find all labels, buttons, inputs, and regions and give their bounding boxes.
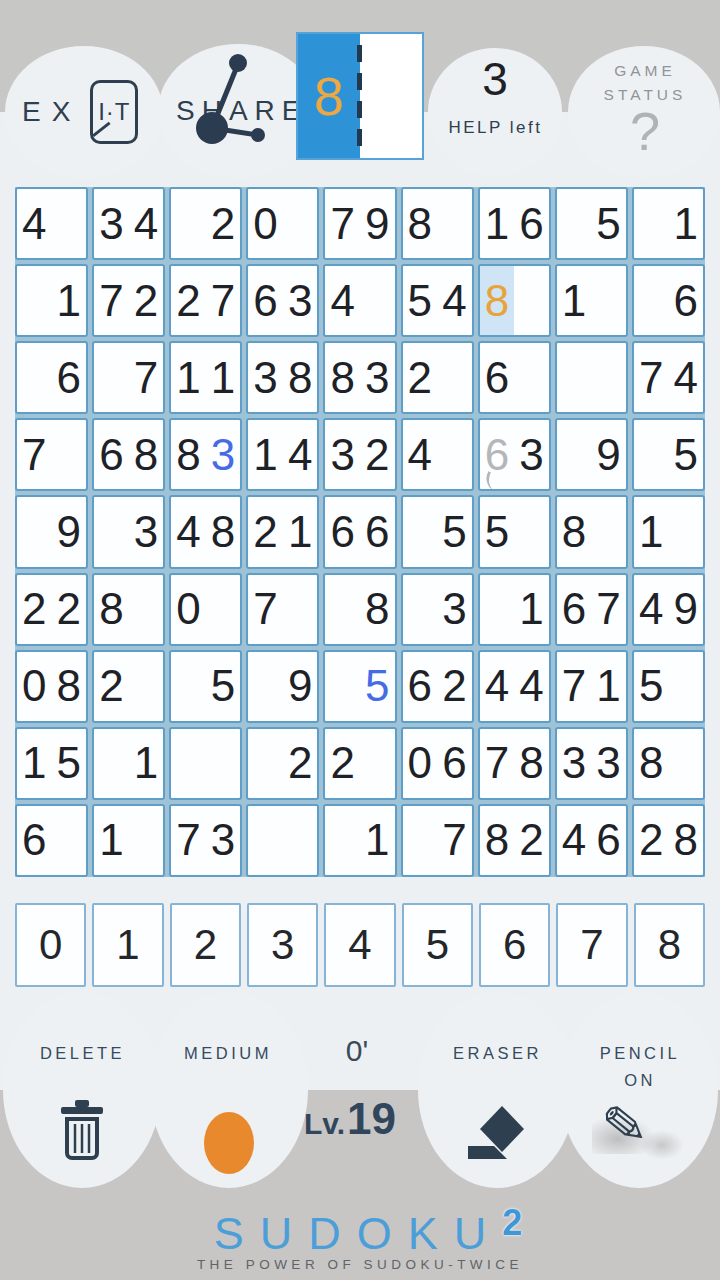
- board-cell-r7c2[interactable]: 2: [92, 650, 165, 723]
- board-cell-r6c5[interactable]: 8: [323, 573, 396, 646]
- board-cell-r8c7[interactable]: 78: [478, 727, 551, 800]
- cell-half-right[interactable]: 2: [129, 266, 164, 335]
- board-cell-r7c3[interactable]: 5: [169, 650, 242, 723]
- cell-half-left[interactable]: 5: [403, 266, 438, 335]
- cell-half-right[interactable]: 3: [129, 497, 164, 566]
- cell-half-right[interactable]: 4: [129, 189, 164, 258]
- cell-half-right[interactable]: 8: [206, 497, 241, 566]
- cell-half-left[interactable]: 7: [634, 343, 669, 412]
- cell-half-right[interactable]: 7: [591, 575, 626, 644]
- cell-half-left[interactable]: 4: [325, 266, 360, 335]
- cell-half-left[interactable]: [634, 189, 669, 258]
- board-cell-r8c5[interactable]: 2: [323, 727, 396, 800]
- cell-half-right[interactable]: 8: [52, 652, 87, 721]
- cell-half-right[interactable]: [591, 497, 626, 566]
- pencil-label: PENCIL: [565, 1044, 715, 1063]
- level-value: 19: [347, 1094, 396, 1144]
- game-status-button[interactable]: ?: [570, 100, 720, 162]
- cell-half-left[interactable]: [17, 343, 52, 412]
- cell-half-right[interactable]: 1: [52, 266, 87, 335]
- board-cell-r9c7[interactable]: 82: [478, 804, 551, 877]
- cell-half-left[interactable]: [171, 189, 206, 258]
- cell-half-right[interactable]: [437, 420, 472, 489]
- numpad-key-0[interactable]: 0: [15, 903, 86, 987]
- cell-half-right[interactable]: 3: [206, 806, 241, 875]
- cell-half-right[interactable]: 8: [360, 575, 395, 644]
- board-cell-r7c1[interactable]: 08: [15, 650, 88, 723]
- pencil-bump: [560, 992, 718, 1188]
- share-icon: [194, 50, 280, 150]
- board-cell-r4c4[interactable]: 14: [246, 418, 319, 491]
- cell-half-left[interactable]: 8: [480, 266, 515, 335]
- logo-superscript-2: 2: [502, 1202, 522, 1244]
- logo-wordmark: SUDOKU: [198, 1208, 503, 1260]
- help-button[interactable]: HELP left: [418, 118, 573, 138]
- board-cell-r1c4[interactable]: 0: [246, 187, 319, 260]
- board-cell-r6c9[interactable]: 49: [632, 573, 705, 646]
- cell-half-right[interactable]: 2: [437, 652, 472, 721]
- cell-half-right[interactable]: [206, 575, 241, 644]
- cell-half-right[interactable]: 2: [283, 729, 318, 798]
- cell-half-right[interactable]: 3: [591, 729, 626, 798]
- cell-half-right[interactable]: 1: [283, 497, 318, 566]
- cell-half-left[interactable]: 7: [248, 575, 283, 644]
- cell-half-left[interactable]: [557, 420, 592, 489]
- board-cell-r1c8[interactable]: 5: [555, 187, 628, 260]
- cell-half-right[interactable]: 4: [514, 652, 549, 721]
- cell-half-right[interactable]: 6: [591, 806, 626, 875]
- cell-half-left[interactable]: 4: [171, 497, 206, 566]
- difficulty-indicator[interactable]: [204, 1112, 254, 1174]
- level-prefix: Lv.: [304, 1107, 345, 1141]
- cell-half-left[interactable]: 7: [325, 189, 360, 258]
- cell-half-right[interactable]: [360, 729, 395, 798]
- board-cell-r9c5[interactable]: 1: [323, 804, 396, 877]
- eraser-icon[interactable]: [466, 1106, 526, 1164]
- cell-half-right[interactable]: [360, 266, 395, 335]
- board-cell-r9c4[interactable]: [246, 804, 319, 877]
- cell-half-left[interactable]: 6: [557, 575, 592, 644]
- board-cell-r2c9[interactable]: 6: [632, 264, 705, 337]
- board-cell-r5c8[interactable]: 8: [555, 495, 628, 568]
- app-logo: SUDOKU 2: [0, 1208, 720, 1260]
- board-cell-r2c5[interactable]: 4: [323, 264, 396, 337]
- level-badge: Lv. 19: [280, 1094, 420, 1144]
- half-mode-selector[interactable]: 8: [296, 32, 424, 160]
- cell-half-left[interactable]: [325, 652, 360, 721]
- board-cell-r3c2[interactable]: 7: [92, 341, 165, 414]
- cell-half-left[interactable]: 7: [94, 266, 129, 335]
- cell-half-left[interactable]: 0: [248, 189, 283, 258]
- board-cell-r4c6[interactable]: 4: [401, 418, 474, 491]
- cell-half-right[interactable]: [668, 729, 703, 798]
- cell-half-left[interactable]: 2: [248, 497, 283, 566]
- cell-half-right[interactable]: 5: [591, 189, 626, 258]
- board-cell-r8c6[interactable]: 06: [401, 727, 474, 800]
- numpad-key-6[interactable]: 6: [479, 903, 550, 987]
- cell-half-left[interactable]: 8: [403, 189, 438, 258]
- cell-half-right[interactable]: 8: [668, 806, 703, 875]
- board-cell-r9c6[interactable]: 7: [401, 804, 474, 877]
- cell-half-right[interactable]: 5: [668, 420, 703, 489]
- cell-half-left[interactable]: 2: [325, 729, 360, 798]
- cell-half-left[interactable]: 1: [634, 497, 669, 566]
- cell-half-left[interactable]: [403, 806, 438, 875]
- cell-half-left[interactable]: 4: [480, 652, 515, 721]
- cell-half-right[interactable]: [283, 189, 318, 258]
- board-cell-r6c8[interactable]: 67: [555, 573, 628, 646]
- cell-half-left[interactable]: [17, 266, 52, 335]
- cell-half-left[interactable]: 0: [17, 652, 52, 721]
- board-cell-r7c8[interactable]: 71: [555, 650, 628, 723]
- board-cell-r1c2[interactable]: 34: [92, 187, 165, 260]
- delete-label: DELETE: [10, 1044, 155, 1063]
- cell-half-right[interactable]: 1: [591, 652, 626, 721]
- board-cell-r9c2[interactable]: 1: [92, 804, 165, 877]
- board-cell-r4c7[interactable]: 63: [478, 418, 551, 491]
- cell-half-left[interactable]: 2: [403, 343, 438, 412]
- cell-half-left[interactable]: [171, 729, 206, 798]
- cell-half-right[interactable]: [668, 652, 703, 721]
- board-cell-r6c3[interactable]: 0: [169, 573, 242, 646]
- board-cell-r7c4[interactable]: 9: [246, 650, 319, 723]
- cell-half-left[interactable]: [94, 497, 129, 566]
- cell-half-left[interactable]: 1: [17, 729, 52, 798]
- board-cell-r3c8[interactable]: [555, 341, 628, 414]
- exit-door-icon: I·T: [90, 80, 138, 144]
- cell-half-left[interactable]: [634, 420, 669, 489]
- cell-half-left[interactable]: 3: [325, 420, 360, 489]
- cell-half-left[interactable]: 4: [17, 189, 52, 258]
- board-cell-r1c1[interactable]: 4: [15, 187, 88, 260]
- eraser-label: ERASER: [420, 1044, 575, 1063]
- cell-half-right[interactable]: 6: [52, 343, 87, 412]
- mode-right-half[interactable]: [360, 34, 422, 158]
- cell-half-left[interactable]: 8: [325, 343, 360, 412]
- cell-half-left[interactable]: 3: [557, 729, 592, 798]
- board-cell-r6c6[interactable]: 3: [401, 573, 474, 646]
- numpad-key-1[interactable]: 1: [92, 903, 163, 987]
- cell-half-left[interactable]: 1: [94, 806, 129, 875]
- board-cell-r4c1[interactable]: 7: [15, 418, 88, 491]
- pencil-icon[interactable]: ✎: [599, 1092, 651, 1159]
- cell-half-right[interactable]: 3: [360, 343, 395, 412]
- cell-half-right[interactable]: [514, 497, 549, 566]
- board-cell-r3c6[interactable]: 2: [401, 341, 474, 414]
- cell-half-right[interactable]: 4: [668, 343, 703, 412]
- cell-half-right[interactable]: 4: [283, 420, 318, 489]
- board-cell-r4c8[interactable]: 9: [555, 418, 628, 491]
- cell-half-left[interactable]: 1: [248, 420, 283, 489]
- numpad-key-2[interactable]: 2: [170, 903, 241, 987]
- cell-half-right[interactable]: 5: [437, 497, 472, 566]
- cell-half-right[interactable]: [129, 652, 164, 721]
- cell-half-right[interactable]: 9: [360, 189, 395, 258]
- mode-divider-dashes: [357, 45, 362, 147]
- board-cell-r3c7[interactable]: 6: [478, 341, 551, 414]
- board-cell-r8c1[interactable]: 15: [15, 727, 88, 800]
- board-cell-r8c8[interactable]: 33: [555, 727, 628, 800]
- board-cell-r3c4[interactable]: 38: [246, 341, 319, 414]
- cell-half-right[interactable]: 1: [360, 806, 395, 875]
- board-cell-r6c2[interactable]: 8: [92, 573, 165, 646]
- cell-half-left[interactable]: 3: [248, 343, 283, 412]
- cell-half-left[interactable]: 2: [94, 652, 129, 721]
- cell-half-left[interactable]: 8: [171, 420, 206, 489]
- cell-half-right[interactable]: 3: [514, 420, 549, 489]
- board-cell-r9c3[interactable]: 73: [169, 804, 242, 877]
- cell-half-right[interactable]: 9: [283, 652, 318, 721]
- cell-half-right[interactable]: 9: [52, 497, 87, 566]
- board-cell-r5c1[interactable]: 9: [15, 495, 88, 568]
- cell-half-right[interactable]: 2: [206, 189, 241, 258]
- cell-half-left[interactable]: 2: [634, 806, 669, 875]
- cell-half-right[interactable]: 8: [283, 343, 318, 412]
- board-cell-r6c1[interactable]: 22: [15, 573, 88, 646]
- timer: 0': [300, 1034, 414, 1068]
- cell-half-right[interactable]: [52, 189, 87, 258]
- board-cell-r1c3[interactable]: 2: [169, 187, 242, 260]
- board-cell-r7c6[interactable]: 62: [401, 650, 474, 723]
- numpad-key-8[interactable]: 8: [634, 903, 705, 987]
- difficulty-label: MEDIUM: [150, 1044, 306, 1063]
- numpad-key-4[interactable]: 4: [324, 903, 395, 987]
- cell-half-left[interactable]: 6: [480, 420, 515, 489]
- cell-half-right[interactable]: [514, 266, 549, 335]
- help-count: 3: [430, 52, 560, 106]
- cell-half-left[interactable]: [480, 575, 515, 644]
- cell-half-left[interactable]: [403, 497, 438, 566]
- cell-half-left[interactable]: [17, 497, 52, 566]
- cell-half-right[interactable]: 6: [360, 497, 395, 566]
- cell-half-right[interactable]: [437, 343, 472, 412]
- cell-half-left[interactable]: 2: [171, 266, 206, 335]
- exit-label: EX: [22, 96, 81, 128]
- cell-half-left[interactable]: 2: [17, 575, 52, 644]
- cell-half-left[interactable]: [403, 575, 438, 644]
- cell-half-right[interactable]: 7: [206, 266, 241, 335]
- cell-half-left[interactable]: 5: [480, 497, 515, 566]
- cell-half-right[interactable]: [206, 729, 241, 798]
- board-cell-r5c6[interactable]: 5: [401, 495, 474, 568]
- cell-half-right[interactable]: 3: [283, 266, 318, 335]
- cell-half-right[interactable]: 6: [668, 266, 703, 335]
- board-cell-r4c3[interactable]: 83: [169, 418, 242, 491]
- board-cell-r8c3[interactable]: [169, 727, 242, 800]
- board-cell-r9c9[interactable]: 28: [632, 804, 705, 877]
- cell-half-left[interactable]: 6: [480, 343, 515, 412]
- board-cell-r1c7[interactable]: 16: [478, 187, 551, 260]
- cell-half-right[interactable]: 8: [129, 420, 164, 489]
- cell-half-left[interactable]: 7: [171, 806, 206, 875]
- board-cell-r7c7[interactable]: 44: [478, 650, 551, 723]
- cell-half-right[interactable]: 5: [206, 652, 241, 721]
- cell-half-right[interactable]: 7: [129, 343, 164, 412]
- board-cell-r7c9[interactable]: 5: [632, 650, 705, 723]
- cell-half-right[interactable]: [283, 806, 318, 875]
- cell-half-left[interactable]: 6: [94, 420, 129, 489]
- cell-half-right[interactable]: [591, 343, 626, 412]
- cell-half-left[interactable]: [248, 729, 283, 798]
- cell-half-left[interactable]: 4: [403, 420, 438, 489]
- cell-half-right[interactable]: 2: [52, 575, 87, 644]
- board-cell-r3c3[interactable]: 11: [169, 341, 242, 414]
- cell-half-left[interactable]: [325, 806, 360, 875]
- trash-icon[interactable]: [56, 1100, 108, 1162]
- cell-half-right[interactable]: 3: [437, 575, 472, 644]
- board-cell-r8c9[interactable]: 8: [632, 727, 705, 800]
- numpad: 012345678: [15, 903, 705, 987]
- cell-half-right[interactable]: 1: [668, 189, 703, 258]
- cell-half-right[interactable]: 7: [437, 806, 472, 875]
- cell-half-left[interactable]: 0: [171, 575, 206, 644]
- cell-half-left[interactable]: [94, 343, 129, 412]
- board-cell-r5c7[interactable]: 5: [478, 495, 551, 568]
- cell-half-left[interactable]: 6: [403, 652, 438, 721]
- pencil-state-label: ON: [565, 1071, 715, 1090]
- cell-half-right[interactable]: 2: [514, 806, 549, 875]
- cell-half-right[interactable]: 4: [437, 266, 472, 335]
- board-cell-r3c1[interactable]: 6: [15, 341, 88, 414]
- cell-half-left[interactable]: 4: [557, 806, 592, 875]
- numpad-key-7[interactable]: 7: [556, 903, 627, 987]
- mode-left-half-active[interactable]: 8: [298, 34, 360, 158]
- board-cell-r6c4[interactable]: 7: [246, 573, 319, 646]
- cell-half-left[interactable]: [94, 729, 129, 798]
- cell-half-right[interactable]: 1: [129, 729, 164, 798]
- cell-half-left[interactable]: [557, 189, 592, 258]
- board-cell-r1c6[interactable]: 8: [401, 187, 474, 260]
- cell-half-left[interactable]: [248, 806, 283, 875]
- cell-half-right[interactable]: 1: [206, 343, 241, 412]
- cell-half-left[interactable]: 5: [634, 652, 669, 721]
- cell-half-right[interactable]: 5: [52, 729, 87, 798]
- board-cell-r1c5[interactable]: 79: [323, 187, 396, 260]
- cell-half-right[interactable]: [514, 343, 549, 412]
- cell-half-right[interactable]: [591, 266, 626, 335]
- cell-half-left[interactable]: [171, 652, 206, 721]
- logo-tagline: THE POWER OF SUDOKU-TWICE: [0, 1257, 720, 1272]
- cell-half-left[interactable]: 8: [557, 497, 592, 566]
- board-cell-r2c6[interactable]: 54: [401, 264, 474, 337]
- cell-half-left[interactable]: 1: [171, 343, 206, 412]
- cell-half-left[interactable]: 7: [17, 420, 52, 489]
- cell-half-left[interactable]: [634, 266, 669, 335]
- sudoku-board: 4342079816511722763454816671138832674768…: [15, 187, 705, 877]
- cell-half-right[interactable]: 6: [514, 189, 549, 258]
- cell-half-right[interactable]: 9: [591, 420, 626, 489]
- cell-half-right[interactable]: 6: [437, 729, 472, 798]
- board-cell-r4c9[interactable]: 5: [632, 418, 705, 491]
- cell-half-right[interactable]: [668, 497, 703, 566]
- board-cell-r3c9[interactable]: 74: [632, 341, 705, 414]
- cell-half-right[interactable]: 1: [514, 575, 549, 644]
- cell-half-right[interactable]: [129, 575, 164, 644]
- board-cell-r5c9[interactable]: 1: [632, 495, 705, 568]
- cell-half-right[interactable]: [52, 806, 87, 875]
- cell-half-left[interactable]: 6: [17, 806, 52, 875]
- cell-half-left[interactable]: [557, 343, 592, 412]
- cell-half-left[interactable]: 4: [634, 575, 669, 644]
- board-cell-r2c4[interactable]: 63: [246, 264, 319, 337]
- cell-half-right[interactable]: [437, 189, 472, 258]
- cell-half-left[interactable]: 7: [480, 729, 515, 798]
- numpad-key-5[interactable]: 5: [402, 903, 473, 987]
- cell-half-right[interactable]: 2: [360, 420, 395, 489]
- board-cell-r4c5[interactable]: 32: [323, 418, 396, 491]
- board-cell-r5c4[interactable]: 21: [246, 495, 319, 568]
- board-cell-r5c2[interactable]: 3: [92, 495, 165, 568]
- board-cell-r9c8[interactable]: 46: [555, 804, 628, 877]
- cell-half-right[interactable]: [52, 420, 87, 489]
- board-cell-r9c1[interactable]: 6: [15, 804, 88, 877]
- board-cell-r2c8[interactable]: 1: [555, 264, 628, 337]
- board-cell-r2c1[interactable]: 1: [15, 264, 88, 337]
- board-cell-r1c9[interactable]: 1: [632, 187, 705, 260]
- board-cell-r3c5[interactable]: 83: [323, 341, 396, 414]
- cell-half-left[interactable]: [325, 575, 360, 644]
- cell-half-right[interactable]: 9: [668, 575, 703, 644]
- cell-half-right[interactable]: [129, 806, 164, 875]
- cell-half-left[interactable]: 1: [480, 189, 515, 258]
- cell-half-left[interactable]: 8: [94, 575, 129, 644]
- board-cell-r2c2[interactable]: 72: [92, 264, 165, 337]
- cell-half-left[interactable]: 0: [403, 729, 438, 798]
- board-cell-r2c3[interactable]: 27: [169, 264, 242, 337]
- cell-half-right[interactable]: 8: [514, 729, 549, 798]
- cell-half-right[interactable]: 3: [206, 420, 241, 489]
- cell-half-left[interactable]: 6: [325, 497, 360, 566]
- cell-half-left[interactable]: [248, 652, 283, 721]
- game-status-label-line1: GAME: [570, 62, 720, 80]
- cell-half-right[interactable]: [283, 575, 318, 644]
- board-cell-r8c2[interactable]: 1: [92, 727, 165, 800]
- board-cell-r6c7[interactable]: 1: [478, 573, 551, 646]
- board-cell-r7c5[interactable]: 5: [323, 650, 396, 723]
- board-cell-r4c2[interactable]: 68: [92, 418, 165, 491]
- board-cell-r8c4[interactable]: 2: [246, 727, 319, 800]
- numpad-key-3[interactable]: 3: [247, 903, 318, 987]
- cell-half-left[interactable]: 1: [557, 266, 592, 335]
- cell-half-left[interactable]: 6: [248, 266, 283, 335]
- board-cell-r5c3[interactable]: 48: [169, 495, 242, 568]
- board-cell-r2c7[interactable]: 8: [478, 264, 551, 337]
- exit-button[interactable]: EX I·T: [22, 80, 138, 144]
- cell-half-left[interactable]: 7: [557, 652, 592, 721]
- cell-half-left[interactable]: 3: [94, 189, 129, 258]
- cell-half-left[interactable]: 8: [480, 806, 515, 875]
- cell-half-right[interactable]: 5: [360, 652, 395, 721]
- cell-half-left[interactable]: 8: [634, 729, 669, 798]
- board-cell-r5c5[interactable]: 66: [323, 495, 396, 568]
